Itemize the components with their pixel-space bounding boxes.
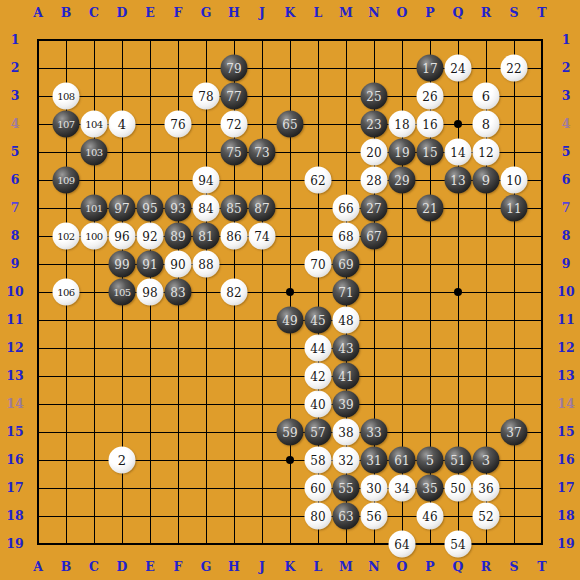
move-number: 25 <box>366 90 381 102</box>
row-label-right-15: 15 <box>557 426 574 439</box>
move-number: 98 <box>142 286 157 298</box>
col-label-bottom-S: S <box>509 561 518 574</box>
move-number: 59 <box>282 426 297 438</box>
row-label-right-1: 1 <box>562 34 571 47</box>
row-label-left-6: 6 <box>11 174 20 187</box>
row-label-left-19: 19 <box>6 538 23 551</box>
row-label-right-6: 6 <box>562 174 571 187</box>
stone-O6-move-29[interactable]: 29 <box>389 167 416 194</box>
col-label-top-P: P <box>425 7 434 20</box>
move-number: 77 <box>226 90 241 102</box>
stone-E7-move-95[interactable]: 95 <box>137 195 164 222</box>
stone-R16-move-3[interactable]: 3 <box>473 447 500 474</box>
move-number: 58 <box>310 454 325 466</box>
stone-F9-move-90[interactable]: 90 <box>165 251 192 278</box>
stone-G6-move-94[interactable]: 94 <box>193 167 220 194</box>
stone-B3-move-108[interactable]: 108 <box>53 83 80 110</box>
stone-D7-move-97[interactable]: 97 <box>109 195 136 222</box>
move-number: 109 <box>57 175 74 185</box>
stone-P18-move-46[interactable]: 46 <box>417 503 444 530</box>
stone-O4-move-18[interactable]: 18 <box>389 111 416 138</box>
row-label-right-13: 13 <box>557 370 574 383</box>
col-label-top-C: C <box>89 7 99 20</box>
move-number: 94 <box>198 174 213 186</box>
move-number: 37 <box>506 426 521 438</box>
stone-D10-move-105[interactable]: 105 <box>109 279 136 306</box>
star-point-Q10 <box>454 288 462 296</box>
move-number: 63 <box>338 510 353 522</box>
stone-K15-move-59[interactable]: 59 <box>277 419 304 446</box>
stone-E9-move-91[interactable]: 91 <box>137 251 164 278</box>
move-number: 16 <box>422 118 437 130</box>
stone-L14-move-40[interactable]: 40 <box>305 391 332 418</box>
row-label-left-12: 12 <box>6 342 23 355</box>
stone-S6-move-10[interactable]: 10 <box>501 167 528 194</box>
move-number: 65 <box>282 118 297 130</box>
stone-L9-move-70[interactable]: 70 <box>305 251 332 278</box>
col-label-bottom-G: G <box>201 561 212 574</box>
move-number: 74 <box>254 230 269 242</box>
move-number: 87 <box>254 202 269 214</box>
move-number: 105 <box>113 287 130 297</box>
stone-B8-move-102[interactable]: 102 <box>53 223 80 250</box>
col-label-top-M: M <box>339 7 353 20</box>
move-number: 83 <box>170 286 185 298</box>
stone-P16-move-5[interactable]: 5 <box>417 447 444 474</box>
stone-G3-move-78[interactable]: 78 <box>193 83 220 110</box>
stone-E10-move-98[interactable]: 98 <box>137 279 164 306</box>
move-number: 61 <box>394 454 409 466</box>
move-number: 39 <box>338 398 353 410</box>
col-label-bottom-Q: Q <box>453 561 464 574</box>
stone-K11-move-49[interactable]: 49 <box>277 307 304 334</box>
stone-N5-move-20[interactable]: 20 <box>361 139 388 166</box>
move-number: 3 <box>482 454 490 467</box>
row-label-left-5: 5 <box>11 146 20 159</box>
move-number: 75 <box>226 146 241 158</box>
row-label-right-4: 4 <box>562 118 571 131</box>
stone-P4-move-16[interactable]: 16 <box>417 111 444 138</box>
stone-G8-move-81[interactable]: 81 <box>193 223 220 250</box>
stone-D16-move-2[interactable]: 2 <box>109 447 136 474</box>
stone-N8-move-67[interactable]: 67 <box>361 223 388 250</box>
stone-F4-move-76[interactable]: 76 <box>165 111 192 138</box>
stone-S7-move-11[interactable]: 11 <box>501 195 528 222</box>
row-label-left-14: 14 <box>6 398 23 411</box>
move-number: 6 <box>482 90 490 103</box>
move-number: 27 <box>366 202 381 214</box>
move-number: 78 <box>198 90 213 102</box>
stone-M8-move-68[interactable]: 68 <box>333 223 360 250</box>
move-number: 35 <box>422 482 437 494</box>
col-label-top-R: R <box>481 7 491 20</box>
move-number: 92 <box>142 230 157 242</box>
stone-H8-move-86[interactable]: 86 <box>221 223 248 250</box>
move-number: 5 <box>426 454 434 467</box>
row-label-left-2: 2 <box>11 62 20 75</box>
move-number: 62 <box>310 174 325 186</box>
stone-L17-move-60[interactable]: 60 <box>305 475 332 502</box>
stone-N16-move-31[interactable]: 31 <box>361 447 388 474</box>
col-label-bottom-F: F <box>174 561 183 574</box>
move-number: 108 <box>57 91 74 101</box>
move-number: 72 <box>226 118 241 130</box>
move-number: 97 <box>114 202 129 214</box>
move-number: 38 <box>338 426 353 438</box>
star-point-K10 <box>286 288 294 296</box>
stone-M9-move-69[interactable]: 69 <box>333 251 360 278</box>
stone-F7-move-93[interactable]: 93 <box>165 195 192 222</box>
stone-L11-move-45[interactable]: 45 <box>305 307 332 334</box>
move-number: 14 <box>450 146 465 158</box>
move-number: 36 <box>478 482 493 494</box>
move-number: 54 <box>450 538 465 550</box>
move-number: 71 <box>338 286 353 298</box>
stone-M10-move-71[interactable]: 71 <box>333 279 360 306</box>
stone-M15-move-38[interactable]: 38 <box>333 419 360 446</box>
stone-R17-move-36[interactable]: 36 <box>473 475 500 502</box>
row-label-right-3: 3 <box>562 90 571 103</box>
stone-Q16-move-51[interactable]: 51 <box>445 447 472 474</box>
row-label-left-13: 13 <box>6 370 23 383</box>
move-number: 40 <box>310 398 325 410</box>
stone-O19-move-64[interactable]: 64 <box>389 531 416 558</box>
col-label-bottom-A: A <box>33 561 43 574</box>
move-number: 28 <box>366 174 381 186</box>
stone-H3-move-77[interactable]: 77 <box>221 83 248 110</box>
row-label-left-7: 7 <box>11 202 20 215</box>
stone-L12-move-44[interactable]: 44 <box>305 335 332 362</box>
stone-M7-move-66[interactable]: 66 <box>333 195 360 222</box>
move-number: 19 <box>394 146 409 158</box>
col-label-bottom-M: M <box>339 561 353 574</box>
move-number: 86 <box>226 230 241 242</box>
col-label-top-T: T <box>537 7 546 20</box>
stone-M12-move-43[interactable]: 43 <box>333 335 360 362</box>
move-number: 99 <box>114 258 129 270</box>
move-number: 8 <box>482 118 490 131</box>
stone-N6-move-28[interactable]: 28 <box>361 167 388 194</box>
row-label-right-11: 11 <box>557 314 574 327</box>
col-label-top-S: S <box>509 7 518 20</box>
row-label-left-8: 8 <box>11 230 20 243</box>
move-number: 96 <box>114 230 129 242</box>
row-label-right-17: 17 <box>557 482 574 495</box>
row-label-right-12: 12 <box>557 342 574 355</box>
row-label-left-1: 1 <box>11 34 20 47</box>
move-number: 95 <box>142 202 157 214</box>
stone-E8-move-92[interactable]: 92 <box>137 223 164 250</box>
stone-O16-move-61[interactable]: 61 <box>389 447 416 474</box>
move-number: 30 <box>366 482 381 494</box>
move-number: 50 <box>450 482 465 494</box>
stone-O5-move-19[interactable]: 19 <box>389 139 416 166</box>
move-number: 13 <box>450 174 465 186</box>
row-label-right-16: 16 <box>557 454 574 467</box>
move-number: 33 <box>366 426 381 438</box>
row-label-right-2: 2 <box>562 62 571 75</box>
move-number: 43 <box>338 342 353 354</box>
move-number: 22 <box>506 62 521 74</box>
stone-G9-move-88[interactable]: 88 <box>193 251 220 278</box>
move-number: 106 <box>57 287 74 297</box>
move-number: 100 <box>85 231 102 241</box>
stone-S15-move-37[interactable]: 37 <box>501 419 528 446</box>
move-number: 60 <box>310 482 325 494</box>
stone-R5-move-12[interactable]: 12 <box>473 139 500 166</box>
move-number: 82 <box>226 286 241 298</box>
move-number: 24 <box>450 62 465 74</box>
col-label-top-L: L <box>314 7 323 20</box>
move-number: 4 <box>118 118 126 131</box>
stone-Q19-move-54[interactable]: 54 <box>445 531 472 558</box>
col-label-bottom-B: B <box>61 561 72 574</box>
stone-Q17-move-50[interactable]: 50 <box>445 475 472 502</box>
stone-P3-move-26[interactable]: 26 <box>417 83 444 110</box>
row-label-left-3: 3 <box>11 90 20 103</box>
move-number: 68 <box>338 230 353 242</box>
move-number: 57 <box>310 426 325 438</box>
stone-M18-move-63[interactable]: 63 <box>333 503 360 530</box>
stone-D9-move-99[interactable]: 99 <box>109 251 136 278</box>
stone-Q5-move-14[interactable]: 14 <box>445 139 472 166</box>
move-number: 93 <box>170 202 185 214</box>
stone-R3-move-6[interactable]: 6 <box>473 83 500 110</box>
stone-H4-move-72[interactable]: 72 <box>221 111 248 138</box>
stone-P7-move-21[interactable]: 21 <box>417 195 444 222</box>
stone-B6-move-109[interactable]: 109 <box>53 167 80 194</box>
row-label-left-4: 4 <box>11 118 20 131</box>
row-label-right-10: 10 <box>557 286 574 299</box>
stone-D4-move-4[interactable]: 4 <box>109 111 136 138</box>
stone-D8-move-96[interactable]: 96 <box>109 223 136 250</box>
move-number: 17 <box>422 62 437 74</box>
stone-H10-move-82[interactable]: 82 <box>221 279 248 306</box>
stone-C5-move-103[interactable]: 103 <box>81 139 108 166</box>
col-label-top-G: G <box>201 7 212 20</box>
move-number: 48 <box>338 314 353 326</box>
stone-B4-move-107[interactable]: 107 <box>53 111 80 138</box>
stone-C7-move-101[interactable]: 101 <box>81 195 108 222</box>
stone-O17-move-34[interactable]: 34 <box>389 475 416 502</box>
row-label-right-9: 9 <box>562 258 571 271</box>
stone-C8-move-100[interactable]: 100 <box>81 223 108 250</box>
move-number: 104 <box>85 119 102 129</box>
go-kifu-diagram: AABBCCDDEEFFGGHHJJKKLLMMNNOOPPQQRRSSTT11… <box>0 0 580 580</box>
move-number: 88 <box>198 258 213 270</box>
stone-L18-move-80[interactable]: 80 <box>305 503 332 530</box>
row-label-right-5: 5 <box>562 146 571 159</box>
col-label-bottom-J: J <box>259 561 265 574</box>
stone-R4-move-8[interactable]: 8 <box>473 111 500 138</box>
move-number: 84 <box>198 202 213 214</box>
col-label-bottom-C: C <box>89 561 99 574</box>
stone-N17-move-30[interactable]: 30 <box>361 475 388 502</box>
row-label-left-11: 11 <box>6 314 23 327</box>
stone-K4-move-65[interactable]: 65 <box>277 111 304 138</box>
move-number: 76 <box>170 118 185 130</box>
stone-Q6-move-13[interactable]: 13 <box>445 167 472 194</box>
col-label-bottom-L: L <box>314 561 323 574</box>
stone-R6-move-9[interactable]: 9 <box>473 167 500 194</box>
stone-P2-move-17[interactable]: 17 <box>417 55 444 82</box>
stone-L6-move-62[interactable]: 62 <box>305 167 332 194</box>
col-label-bottom-N: N <box>368 561 379 574</box>
col-label-top-B: B <box>61 7 72 20</box>
col-label-bottom-T: T <box>537 561 546 574</box>
col-label-top-E: E <box>145 7 155 20</box>
move-number: 66 <box>338 202 353 214</box>
move-number: 41 <box>338 370 353 382</box>
move-number: 101 <box>85 203 102 213</box>
move-number: 69 <box>338 258 353 270</box>
move-number: 23 <box>366 118 381 130</box>
row-label-right-18: 18 <box>557 510 574 523</box>
row-label-right-14: 14 <box>557 398 574 411</box>
move-number: 31 <box>366 454 381 466</box>
move-number: 102 <box>57 231 74 241</box>
row-label-left-18: 18 <box>6 510 23 523</box>
col-label-top-O: O <box>397 7 408 20</box>
col-label-bottom-E: E <box>145 561 155 574</box>
row-label-right-19: 19 <box>557 538 574 551</box>
move-number: 103 <box>85 147 102 157</box>
stone-M16-move-32[interactable]: 32 <box>333 447 360 474</box>
stone-N3-move-25[interactable]: 25 <box>361 83 388 110</box>
stone-B10-move-106[interactable]: 106 <box>53 279 80 306</box>
move-number: 32 <box>338 454 353 466</box>
star-point-Q4 <box>454 120 462 128</box>
stone-R18-move-52[interactable]: 52 <box>473 503 500 530</box>
stone-P5-move-15[interactable]: 15 <box>417 139 444 166</box>
move-number: 26 <box>422 90 437 102</box>
move-number: 44 <box>310 342 325 354</box>
move-number: 9 <box>482 174 490 187</box>
stone-S2-move-22[interactable]: 22 <box>501 55 528 82</box>
move-number: 12 <box>478 146 493 158</box>
star-point-K16 <box>286 456 294 464</box>
stone-L16-move-58[interactable]: 58 <box>305 447 332 474</box>
col-label-bottom-H: H <box>228 561 240 574</box>
stone-J5-move-73[interactable]: 73 <box>249 139 276 166</box>
move-number: 80 <box>310 510 325 522</box>
stone-H5-move-75[interactable]: 75 <box>221 139 248 166</box>
move-number: 18 <box>394 118 409 130</box>
col-label-top-D: D <box>117 7 128 20</box>
row-label-left-16: 16 <box>6 454 23 467</box>
col-label-bottom-O: O <box>397 561 408 574</box>
col-label-bottom-R: R <box>481 561 491 574</box>
move-number: 29 <box>394 174 409 186</box>
row-label-right-7: 7 <box>562 202 571 215</box>
move-number: 11 <box>506 202 521 214</box>
stone-P17-move-35[interactable]: 35 <box>417 475 444 502</box>
stone-J8-move-74[interactable]: 74 <box>249 223 276 250</box>
move-number: 56 <box>366 510 381 522</box>
row-label-left-10: 10 <box>6 286 23 299</box>
move-number: 20 <box>366 146 381 158</box>
col-label-bottom-P: P <box>425 561 434 574</box>
col-label-top-K: K <box>285 7 296 20</box>
row-label-left-15: 15 <box>6 426 23 439</box>
move-number: 21 <box>422 202 437 214</box>
stone-N4-move-23[interactable]: 23 <box>361 111 388 138</box>
move-number: 34 <box>394 482 409 494</box>
move-number: 67 <box>366 230 381 242</box>
move-number: 49 <box>282 314 297 326</box>
col-label-top-Q: Q <box>453 7 464 20</box>
move-number: 2 <box>118 454 126 467</box>
move-number: 70 <box>310 258 325 270</box>
row-label-left-17: 17 <box>6 482 23 495</box>
col-label-top-N: N <box>368 7 379 20</box>
move-number: 90 <box>170 258 185 270</box>
move-number: 81 <box>198 230 213 242</box>
stone-F8-move-89[interactable]: 89 <box>165 223 192 250</box>
stone-Q2-move-24[interactable]: 24 <box>445 55 472 82</box>
stone-L15-move-57[interactable]: 57 <box>305 419 332 446</box>
col-label-top-F: F <box>174 7 183 20</box>
move-number: 15 <box>422 146 437 158</box>
move-number: 73 <box>254 146 269 158</box>
stone-H2-move-79[interactable]: 79 <box>221 55 248 82</box>
col-label-top-H: H <box>228 7 240 20</box>
stone-N7-move-27[interactable]: 27 <box>361 195 388 222</box>
stone-M14-move-39[interactable]: 39 <box>333 391 360 418</box>
stone-G7-move-84[interactable]: 84 <box>193 195 220 222</box>
move-number: 55 <box>338 482 353 494</box>
stone-H7-move-85[interactable]: 85 <box>221 195 248 222</box>
move-number: 91 <box>142 258 157 270</box>
col-label-bottom-D: D <box>117 561 128 574</box>
stone-F10-move-83[interactable]: 83 <box>165 279 192 306</box>
move-number: 85 <box>226 202 241 214</box>
stone-L13-move-42[interactable]: 42 <box>305 363 332 390</box>
col-label-bottom-K: K <box>285 561 296 574</box>
move-number: 45 <box>310 314 325 326</box>
move-number: 107 <box>57 119 74 129</box>
move-number: 51 <box>450 454 465 466</box>
move-number: 42 <box>310 370 325 382</box>
stone-M11-move-48[interactable]: 48 <box>333 307 360 334</box>
move-number: 46 <box>422 510 437 522</box>
move-number: 10 <box>506 174 521 186</box>
col-label-top-J: J <box>259 7 265 20</box>
col-label-top-A: A <box>33 7 43 20</box>
stone-J7-move-87[interactable]: 87 <box>249 195 276 222</box>
stone-M13-move-41[interactable]: 41 <box>333 363 360 390</box>
row-label-right-8: 8 <box>562 230 571 243</box>
move-number: 89 <box>170 230 185 242</box>
stone-C4-move-104[interactable]: 104 <box>81 111 108 138</box>
move-number: 64 <box>394 538 409 550</box>
stone-N18-move-56[interactable]: 56 <box>361 503 388 530</box>
move-number: 79 <box>226 62 241 74</box>
row-label-left-9: 9 <box>11 258 20 271</box>
stone-M17-move-55[interactable]: 55 <box>333 475 360 502</box>
stone-N15-move-33[interactable]: 33 <box>361 419 388 446</box>
move-number: 52 <box>478 510 493 522</box>
